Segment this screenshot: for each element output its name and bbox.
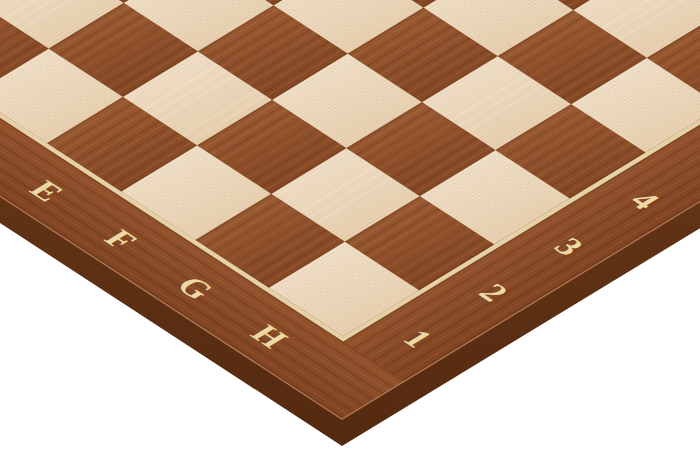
chess-board: EFGH4321 [0,0,700,420]
board-photo-scene: EFGH4321 [0,0,700,460]
